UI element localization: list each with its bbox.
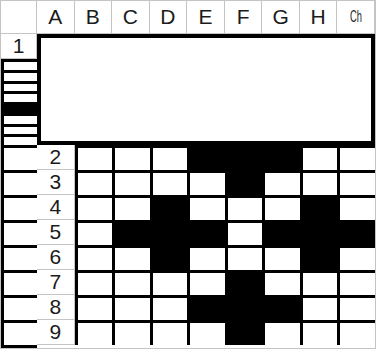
- cell-H8[interactable]: [337, 295, 375, 320]
- cell-B3[interactable]: [112, 170, 150, 195]
- cell-H5[interactable]: [337, 220, 375, 245]
- cell-E7[interactable]: [225, 270, 263, 295]
- row-header-label: 2: [49, 145, 61, 169]
- cell-C5[interactable]: [150, 220, 188, 245]
- column-header-label: F: [237, 5, 250, 29]
- row-header-label: 7: [49, 270, 61, 294]
- row-header-label: 4: [49, 195, 61, 219]
- cell-E2[interactable]: [225, 145, 263, 170]
- row-header-3: 3: [37, 170, 75, 195]
- cell-Ch2[interactable]: [1, 170, 37, 195]
- column-header-e: E: [187, 1, 225, 34]
- column-header-h: H: [300, 1, 338, 34]
- cell-E8[interactable]: [225, 295, 263, 320]
- corner-cell: [1, 1, 37, 34]
- cell-B4[interactable]: [112, 195, 150, 220]
- cell-C3[interactable]: [150, 170, 188, 195]
- cell-Ch3[interactable]: [1, 195, 37, 220]
- cell-E4[interactable]: [225, 195, 263, 220]
- row-header-4: 4: [37, 195, 75, 220]
- cell-F9[interactable]: [262, 320, 300, 345]
- cell-Ch5[interactable]: [1, 245, 37, 270]
- cell-E6[interactable]: [225, 245, 263, 270]
- cell-A4[interactable]: [75, 195, 113, 220]
- column-header-label: H: [311, 5, 326, 29]
- cell-G1[interactable]: [1, 124, 37, 135]
- cell-E9[interactable]: [225, 320, 263, 345]
- cell-Ch6[interactable]: [1, 270, 37, 295]
- cell-A1[interactable]: [1, 59, 37, 70]
- cell-H4[interactable]: [337, 195, 375, 220]
- cell-F6[interactable]: [262, 245, 300, 270]
- cell-B5[interactable]: [112, 220, 150, 245]
- row-header-7: 7: [37, 270, 75, 295]
- column-header-ch: Ch: [337, 1, 375, 34]
- row-header-1: 1: [1, 34, 37, 59]
- cell-D9[interactable]: [187, 320, 225, 345]
- cell-Ch4[interactable]: [1, 220, 37, 245]
- cell-F2[interactable]: [262, 145, 300, 170]
- cell-E1[interactable]: [1, 102, 37, 113]
- cell-H7[interactable]: [337, 270, 375, 295]
- column-header-d: D: [150, 1, 188, 34]
- cell-D7[interactable]: [187, 270, 225, 295]
- row-header-label: 5: [49, 220, 61, 244]
- column-header-label: Ch: [350, 7, 362, 27]
- board-border: [37, 34, 375, 145]
- cell-B2[interactable]: [112, 145, 150, 170]
- cell-G8[interactable]: [300, 295, 338, 320]
- cell-F3[interactable]: [262, 170, 300, 195]
- cell-G4[interactable]: [300, 195, 338, 220]
- cell-C8[interactable]: [150, 295, 188, 320]
- row-header-5: 5: [37, 220, 75, 245]
- cell-A5[interactable]: [75, 220, 113, 245]
- column-header-label: B: [86, 5, 100, 29]
- cell-B6[interactable]: [112, 245, 150, 270]
- cell-B9[interactable]: [112, 320, 150, 345]
- cell-B8[interactable]: [112, 295, 150, 320]
- row-header-6: 6: [37, 245, 75, 270]
- cell-A2[interactable]: [75, 145, 113, 170]
- cell-G5[interactable]: [300, 220, 338, 245]
- cell-H6[interactable]: [337, 245, 375, 270]
- column-header-label: A: [48, 5, 62, 29]
- puzzle-grid-screen: ABCDEFGHCh123456789: [0, 0, 376, 349]
- cell-D4[interactable]: [187, 195, 225, 220]
- cell-Ch1[interactable]: [1, 145, 37, 170]
- cell-E5[interactable]: [225, 220, 263, 245]
- column-header-c: C: [112, 1, 150, 34]
- cell-D5[interactable]: [187, 220, 225, 245]
- cell-C1[interactable]: [1, 81, 37, 92]
- cell-E3[interactable]: [225, 170, 263, 195]
- cell-Ch9[interactable]: [1, 345, 37, 348]
- cell-A3[interactable]: [75, 170, 113, 195]
- cell-F1[interactable]: [1, 113, 37, 124]
- row-header-label: 3: [49, 170, 61, 194]
- cell-F8[interactable]: [262, 295, 300, 320]
- cell-H2[interactable]: [337, 145, 375, 170]
- column-header-label: D: [160, 5, 175, 29]
- cell-A9[interactable]: [75, 320, 113, 345]
- cell-D6[interactable]: [187, 245, 225, 270]
- column-header-label: E: [198, 5, 212, 29]
- column-header-b: B: [75, 1, 113, 34]
- cell-C7[interactable]: [150, 270, 188, 295]
- cell-H3[interactable]: [337, 170, 375, 195]
- cell-G7[interactable]: [300, 270, 338, 295]
- cell-D3[interactable]: [187, 170, 225, 195]
- row-header-label: 8: [49, 295, 61, 319]
- row-header-8: 8: [37, 295, 75, 320]
- cell-F4[interactable]: [262, 195, 300, 220]
- cell-D2[interactable]: [187, 145, 225, 170]
- cell-A8[interactable]: [75, 295, 113, 320]
- column-header-a: A: [37, 1, 75, 34]
- cell-C4[interactable]: [150, 195, 188, 220]
- cell-H9[interactable]: [337, 320, 375, 345]
- cell-B1[interactable]: [1, 70, 37, 81]
- cell-F7[interactable]: [262, 270, 300, 295]
- cell-H1[interactable]: [1, 134, 37, 145]
- cell-A6[interactable]: [75, 245, 113, 270]
- cell-D1[interactable]: [1, 91, 37, 102]
- column-header-label: G: [272, 5, 288, 29]
- row-header-2: 2: [37, 145, 75, 170]
- column-header-f: F: [225, 1, 263, 34]
- column-header-g: G: [262, 1, 300, 34]
- row-header-label: 6: [49, 245, 61, 269]
- cell-G2[interactable]: [300, 145, 338, 170]
- cell-D8[interactable]: [187, 295, 225, 320]
- cell-G3[interactable]: [300, 170, 338, 195]
- cell-C2[interactable]: [150, 145, 188, 170]
- cell-G6[interactable]: [300, 245, 338, 270]
- row-header-label: 1: [13, 34, 25, 58]
- cell-B7[interactable]: [112, 270, 150, 295]
- cell-Ch8[interactable]: [1, 320, 37, 345]
- cell-F5[interactable]: [262, 220, 300, 245]
- cell-C6[interactable]: [150, 245, 188, 270]
- row-header-9: 9: [37, 320, 75, 345]
- cell-C9[interactable]: [150, 320, 188, 345]
- row-header-label: 9: [49, 320, 61, 344]
- cell-A7[interactable]: [75, 270, 113, 295]
- cell-G9[interactable]: [300, 320, 338, 345]
- column-header-label: C: [123, 5, 138, 29]
- cell-Ch7[interactable]: [1, 295, 37, 320]
